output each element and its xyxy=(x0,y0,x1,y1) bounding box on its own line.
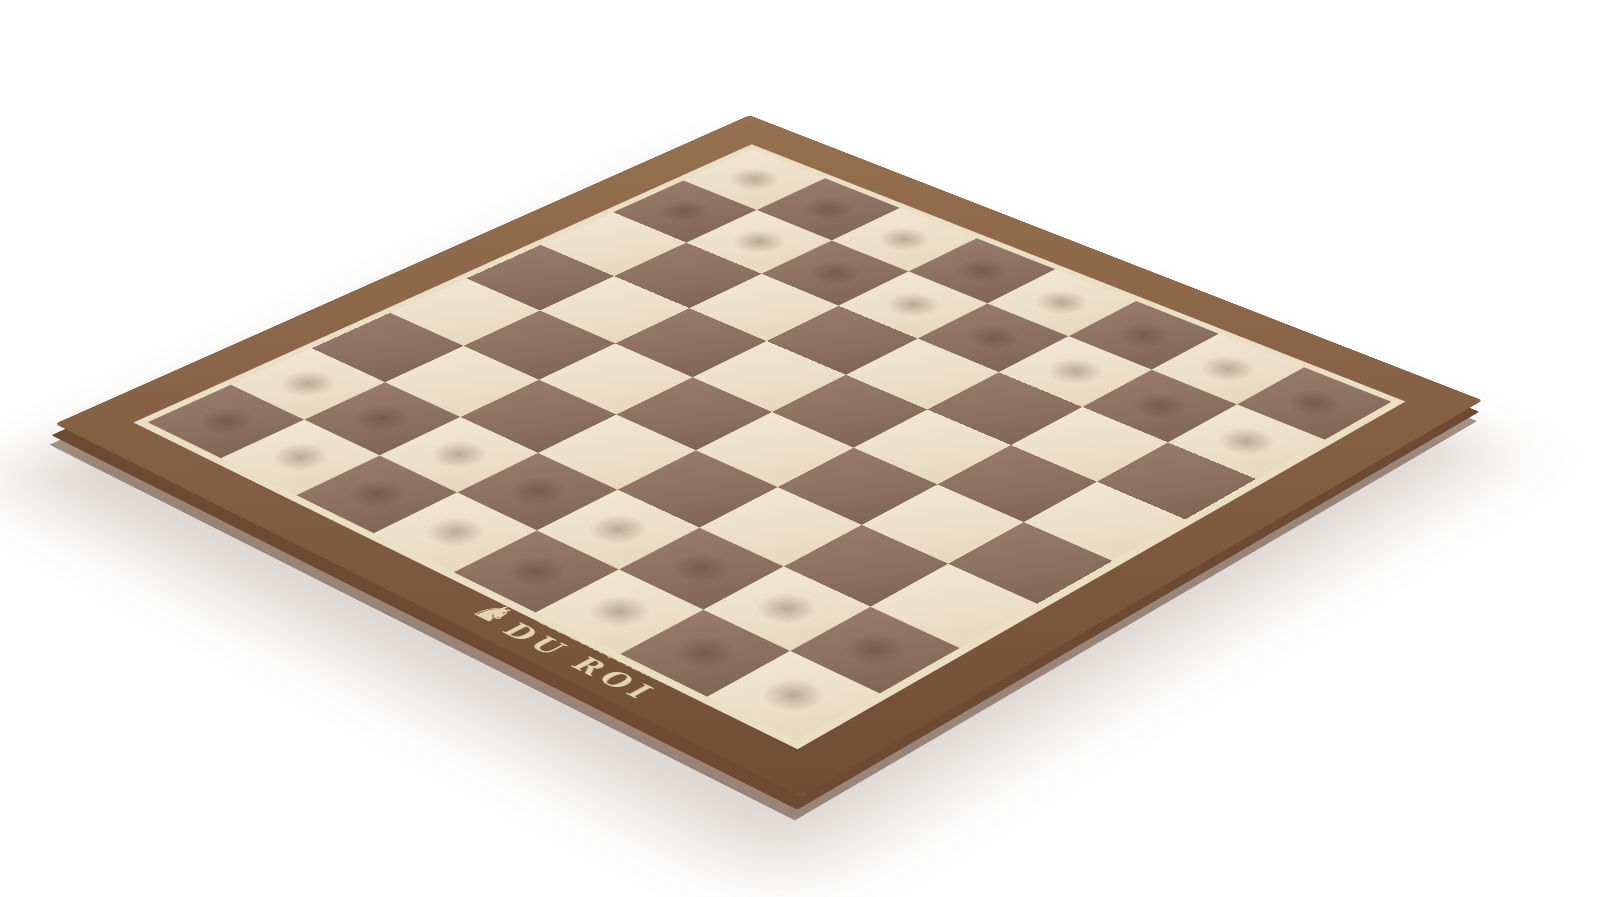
white-bishop-glyph: ♝ xyxy=(577,409,662,620)
product-photo-stage: ♜♞♝♛♚♝♞♜♟♟♟♟♟♟♟♟♟♟♟♟♟♟♟♟♜♞♝♛♚♝♞♜ ♞ LES É… xyxy=(0,0,1600,897)
black-pawn-glyph: ♟ xyxy=(798,143,873,280)
white-rook-glyph: ♜ xyxy=(750,518,838,704)
white-knight-glyph: ♞ xyxy=(260,272,341,465)
black-pawn-glyph: ♟ xyxy=(648,85,721,219)
black-pawn-glyph: ♟ xyxy=(1036,236,1114,379)
perspective-scene: ♜♞♝♛♚♝♞♜♟♟♟♟♟♟♟♟♟♟♟♟♟♟♟♟♜♞♝♛♚♝♞♜ ♞ LES É… xyxy=(0,0,1600,897)
black-pawn-glyph: ♟ xyxy=(722,113,796,249)
white-queen-glyph: ♛ xyxy=(414,277,497,541)
white-king-glyph: ♚ xyxy=(494,301,578,579)
black-queen-glyph: ♛ xyxy=(403,37,478,275)
white-knight-glyph: ♞ xyxy=(662,454,749,662)
black-pawn-glyph: ♟ xyxy=(955,204,1032,345)
chess-board: ♜♞♝♛♚♝♞♜♟♟♟♟♟♟♟♟♟♟♟♟♟♟♟♟♜♞♝♛♚♝♞♜ ♞ LES É… xyxy=(55,115,1482,796)
black-pawn-glyph: ♟ xyxy=(875,173,951,312)
white-bishop-glyph: ♝ xyxy=(336,300,418,502)
knight-horseback-logo-icon: ♞ xyxy=(463,598,524,629)
white-queen-glyph: ♛ xyxy=(1160,286,1243,551)
white-rook-glyph: ♜ xyxy=(186,260,265,429)
